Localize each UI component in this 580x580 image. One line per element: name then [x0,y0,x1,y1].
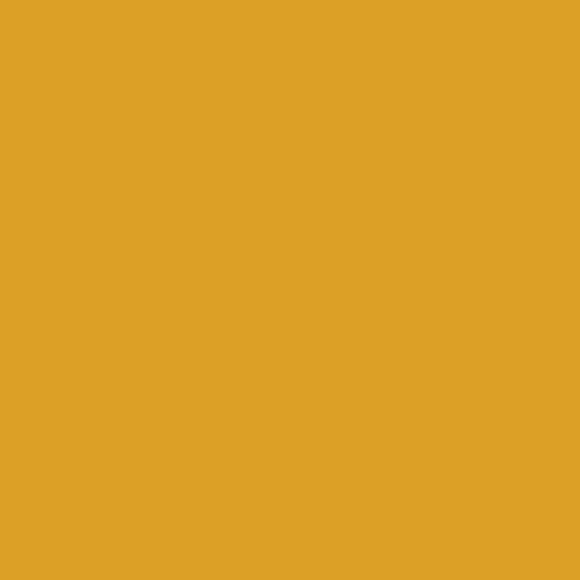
board-grid[interactable] [0,0,536,536]
go-board-screen [0,0,580,580]
